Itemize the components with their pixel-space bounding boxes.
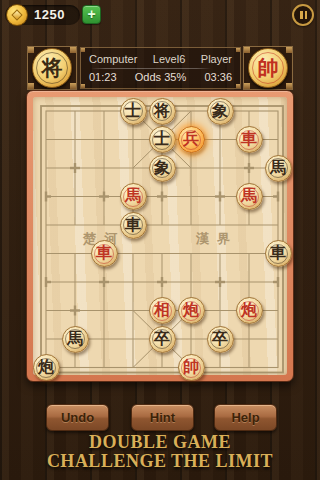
pieces-layer: 士将象士兵車象馬馬馬車車車相炮炮馬卒卒炮帥 [27,91,295,383]
banner-line1: DOUBLE GAME [0,432,320,453]
player-avatar-piece: 帥 [248,48,288,88]
computer-avatar: 将 [27,46,77,90]
undo-button[interactable]: Undo [46,404,109,431]
piece-black[interactable]: 炮 [33,354,60,381]
odds-label: Odds 35% [135,71,186,83]
coin-balance: 1250 [5,5,80,25]
hint-button[interactable]: Hint [131,404,194,431]
piece-black[interactable]: 象 [207,98,234,125]
piece-red[interactable]: 車 [236,126,263,153]
piece-red[interactable]: 馬 [120,183,147,210]
banner-line2: CHALLENGE THE LIMIT [0,451,320,472]
help-button[interactable]: Help [214,404,277,431]
panel-divider [91,68,211,69]
app-background: 1250 + 将 Computer Level6 Player 01:23 Od… [0,0,320,480]
add-coins-button[interactable]: + [82,5,101,24]
computer-time: 01:23 [89,71,117,83]
computer-label: Computer [89,53,137,65]
piece-red[interactable]: 帥 [178,354,205,381]
computer-avatar-piece: 将 [32,48,72,88]
piece-black[interactable]: 士 [120,98,147,125]
coin-icon [6,4,28,26]
piece-red[interactable]: 相 [149,297,176,324]
piece-black[interactable]: 士 [149,126,176,153]
pause-button[interactable] [292,4,314,26]
piece-black[interactable]: 車 [120,212,147,239]
pause-icon [305,11,308,19]
player-avatar: 帥 [243,46,293,90]
piece-black[interactable]: 卒 [207,326,234,353]
match-info-panel: Computer Level6 Player 01:23 Odds 35% 03… [80,47,241,89]
piece-red[interactable]: 馬 [236,183,263,210]
xiangqi-board: 楚 河 漢 界 士将象士兵車象馬馬馬車車車相炮炮馬卒卒炮帥 [26,90,294,382]
piece-red[interactable]: 兵 [178,126,205,153]
piece-black[interactable]: 馬 [265,155,292,182]
piece-black[interactable]: 象 [149,155,176,182]
coin-amount: 1250 [34,7,65,22]
player-time: 03:36 [204,71,232,83]
piece-black[interactable]: 将 [149,98,176,125]
piece-black[interactable]: 卒 [149,326,176,353]
piece-red[interactable]: 炮 [178,297,205,324]
pause-icon [300,11,303,19]
piece-red[interactable]: 炮 [236,297,263,324]
piece-red[interactable]: 車 [91,240,118,267]
level-label: Level6 [153,53,185,65]
piece-black[interactable]: 車 [265,240,292,267]
piece-black[interactable]: 馬 [62,326,89,353]
player-label: Player [201,53,232,65]
